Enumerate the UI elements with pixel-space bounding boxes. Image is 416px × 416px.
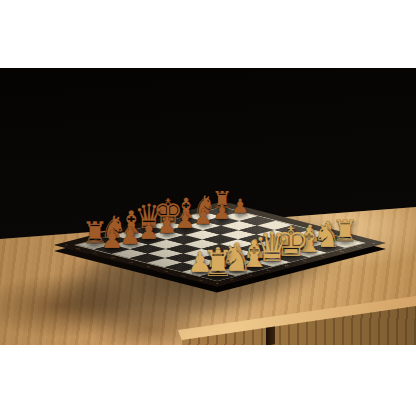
frame-corner-mark: ◆: [215, 283, 220, 284]
file-label-d: d: [283, 265, 290, 267]
file-label-f: f: [320, 256, 326, 258]
rank-label-3: 3: [163, 270, 170, 272]
frame-corner-mark: ◆: [64, 244, 69, 245]
rank-label-6: 6: [110, 257, 117, 259]
rank-label-7: 7: [92, 252, 99, 254]
file-label-h: h: [356, 246, 363, 248]
photograph: abcdefgh87654321◆◆◆◆ ♜♞♝♛♚♝♞♜♟♟♟♟♟♟♟♟♟♟♟…: [0, 68, 416, 345]
rank-label-1: 1: [198, 279, 205, 281]
frame-corner-mark: ◆: [220, 204, 225, 205]
file-label-e: e: [301, 260, 308, 262]
rank-label-4: 4: [145, 266, 152, 268]
file-label-a: a: [228, 279, 235, 281]
photo-stage: abcdefgh87654321◆◆◆◆ ♜♞♝♛♚♝♞♜♟♟♟♟♟♟♟♟♟♟♟…: [0, 0, 416, 416]
file-label-g: g: [338, 251, 345, 253]
rank-label-5: 5: [127, 261, 134, 263]
file-label-c: c: [265, 270, 272, 272]
rank-label-2: 2: [180, 275, 187, 277]
rank-label-8: 8: [75, 248, 82, 250]
file-label-b: b: [247, 274, 254, 276]
frame-corner-mark: ◆: [371, 242, 376, 243]
